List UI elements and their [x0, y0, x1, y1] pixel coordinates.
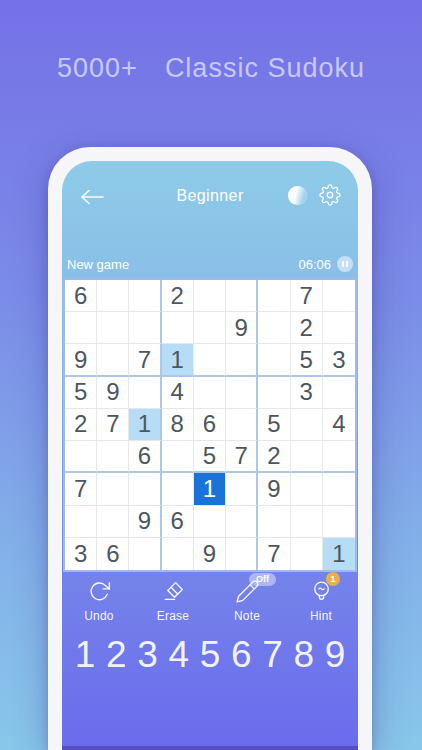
gear-icon	[319, 184, 341, 206]
settings-button[interactable]	[319, 184, 341, 206]
cell-r4c2[interactable]: 9	[97, 377, 129, 409]
cell-r3c7[interactable]	[258, 344, 290, 376]
cell-r9c9[interactable]: 1	[323, 538, 355, 570]
numpad-key-1[interactable]: 1	[74, 633, 96, 677]
cell-r5c6[interactable]	[226, 409, 258, 441]
cell-r2c2[interactable]	[97, 312, 129, 344]
status-bar: New game 06:06	[67, 254, 353, 274]
cell-r5c3[interactable]: 1	[129, 409, 161, 441]
theme-toggle-icon[interactable]	[288, 186, 307, 205]
title-name: Classic Sudoku	[165, 53, 365, 84]
game-status-label: New game	[67, 257, 129, 272]
undo-label: Undo	[84, 609, 114, 623]
cell-r2c3[interactable]	[129, 312, 161, 344]
cell-r8c6[interactable]	[226, 506, 258, 538]
cell-r5c1[interactable]: 2	[65, 409, 97, 441]
cell-r6c5[interactable]: 5	[194, 441, 226, 473]
cell-r4c8[interactable]: 3	[291, 377, 323, 409]
cell-r2c5[interactable]	[194, 312, 226, 344]
title-count: 5000+	[57, 53, 138, 84]
cell-r7c4[interactable]	[162, 473, 194, 505]
cell-r4c5[interactable]	[194, 377, 226, 409]
toolbar: Undo Erase Off Note	[62, 579, 358, 623]
cell-r3c6[interactable]	[226, 344, 258, 376]
numpad-key-2[interactable]: 2	[105, 633, 127, 677]
numpad-key-3[interactable]: 3	[137, 633, 159, 677]
hint-button[interactable]: 1 Hint	[290, 579, 352, 623]
cell-r9c3[interactable]	[129, 538, 161, 570]
note-label: Note	[234, 609, 260, 623]
erase-label: Erase	[157, 609, 189, 623]
cell-r5c7[interactable]: 5	[258, 409, 290, 441]
cell-r4c4[interactable]: 4	[162, 377, 194, 409]
cell-r4c1[interactable]: 5	[65, 377, 97, 409]
cell-r2c1[interactable]	[65, 312, 97, 344]
cell-r6c8[interactable]	[291, 441, 323, 473]
cell-r7c7[interactable]: 9	[258, 473, 290, 505]
cell-r6c9[interactable]	[323, 441, 355, 473]
cell-r1c2[interactable]	[97, 280, 129, 312]
hint-count-badge: 1	[326, 572, 340, 586]
cell-r6c4[interactable]	[162, 441, 194, 473]
cell-r9c5[interactable]: 9	[194, 538, 226, 570]
note-off-badge: Off	[249, 573, 276, 586]
cell-r1c8[interactable]: 7	[291, 280, 323, 312]
cell-r9c8[interactable]	[291, 538, 323, 570]
cell-r3c9[interactable]: 3	[323, 344, 355, 376]
cell-r5c4[interactable]: 8	[162, 409, 194, 441]
sudoku-board: 62792971535943271865465727199636971	[63, 278, 357, 572]
numpad-key-7[interactable]: 7	[262, 633, 284, 677]
eraser-icon	[161, 579, 186, 604]
cell-r1c5[interactable]	[194, 280, 226, 312]
cell-r3c3[interactable]: 7	[129, 344, 161, 376]
app-screenshot: 5000+ Classic Sudoku Beginner	[0, 0, 422, 750]
cell-r9c7[interactable]: 7	[258, 538, 290, 570]
cell-r1c9[interactable]	[323, 280, 355, 312]
numpad-key-4[interactable]: 4	[168, 633, 190, 677]
cell-r1c7[interactable]	[258, 280, 290, 312]
cell-r8c3[interactable]: 9	[129, 506, 161, 538]
timer-value: 06:06	[298, 257, 331, 272]
cell-r2c4[interactable]	[162, 312, 194, 344]
header: Beginner	[62, 181, 358, 213]
difficulty-title: Beginner	[62, 187, 358, 205]
numpad-key-9[interactable]: 9	[324, 633, 346, 677]
cell-r5c9[interactable]: 4	[323, 409, 355, 441]
undo-button[interactable]: Undo	[68, 579, 130, 623]
cell-r1c4[interactable]: 2	[162, 280, 194, 312]
cell-r7c2[interactable]	[97, 473, 129, 505]
cell-r2c9[interactable]	[323, 312, 355, 344]
cell-r7c5[interactable]: 1	[194, 473, 226, 505]
cell-r1c6[interactable]	[226, 280, 258, 312]
cell-r3c8[interactable]: 5	[291, 344, 323, 376]
cell-r3c5[interactable]	[194, 344, 226, 376]
phone-frame: Beginner New game 06:06 62792971535	[48, 147, 372, 750]
cell-r5c8[interactable]	[291, 409, 323, 441]
cell-r9c2[interactable]: 6	[97, 538, 129, 570]
cell-r8c7[interactable]	[258, 506, 290, 538]
cell-r2c8[interactable]: 2	[291, 312, 323, 344]
cell-r5c2[interactable]: 7	[97, 409, 129, 441]
cell-r7c3[interactable]	[129, 473, 161, 505]
cell-r4c3[interactable]	[129, 377, 161, 409]
cell-r2c7[interactable]	[258, 312, 290, 344]
pause-icon	[342, 261, 344, 268]
cell-r6c6[interactable]: 7	[226, 441, 258, 473]
cell-r9c6[interactable]	[226, 538, 258, 570]
cell-r7c9[interactable]	[323, 473, 355, 505]
cell-r8c4[interactable]: 6	[162, 506, 194, 538]
page-title: 5000+ Classic Sudoku	[0, 53, 422, 84]
cell-r2c6[interactable]: 9	[226, 312, 258, 344]
cell-r6c3[interactable]: 6	[129, 441, 161, 473]
undo-icon	[87, 579, 112, 604]
hint-label: Hint	[310, 609, 332, 623]
numpad: 123456789	[62, 633, 358, 677]
numpad-key-6[interactable]: 6	[230, 633, 252, 677]
cell-r5c5[interactable]: 6	[194, 409, 226, 441]
cell-r8c1[interactable]	[65, 506, 97, 538]
pause-button[interactable]	[337, 256, 353, 272]
cell-r3c1[interactable]: 9	[65, 344, 97, 376]
cell-r7c1[interactable]: 7	[65, 473, 97, 505]
cell-r8c5[interactable]	[194, 506, 226, 538]
numpad-key-5[interactable]: 5	[199, 633, 221, 677]
cell-r1c1[interactable]: 6	[65, 280, 97, 312]
phone-screen: Beginner New game 06:06 62792971535	[62, 161, 358, 750]
note-button[interactable]: Off Note	[216, 579, 278, 623]
erase-button[interactable]: Erase	[142, 579, 204, 623]
cell-r7c8[interactable]	[291, 473, 323, 505]
cell-r4c6[interactable]	[226, 377, 258, 409]
cell-r3c2[interactable]	[97, 344, 129, 376]
cell-r1c3[interactable]	[129, 280, 161, 312]
cell-r8c2[interactable]	[97, 506, 129, 538]
cell-r8c9[interactable]	[323, 506, 355, 538]
cell-r4c7[interactable]	[258, 377, 290, 409]
cell-r4c9[interactable]	[323, 377, 355, 409]
cell-r6c1[interactable]	[65, 441, 97, 473]
cell-r9c1[interactable]: 3	[65, 538, 97, 570]
cell-r3c4[interactable]: 1	[162, 344, 194, 376]
cell-r9c4[interactable]	[162, 538, 194, 570]
cell-r7c6[interactable]	[226, 473, 258, 505]
cell-r8c8[interactable]	[291, 506, 323, 538]
cell-r6c2[interactable]	[97, 441, 129, 473]
cell-r6c7[interactable]: 2	[258, 441, 290, 473]
numpad-key-8[interactable]: 8	[293, 633, 315, 677]
timer: 06:06	[298, 256, 353, 272]
